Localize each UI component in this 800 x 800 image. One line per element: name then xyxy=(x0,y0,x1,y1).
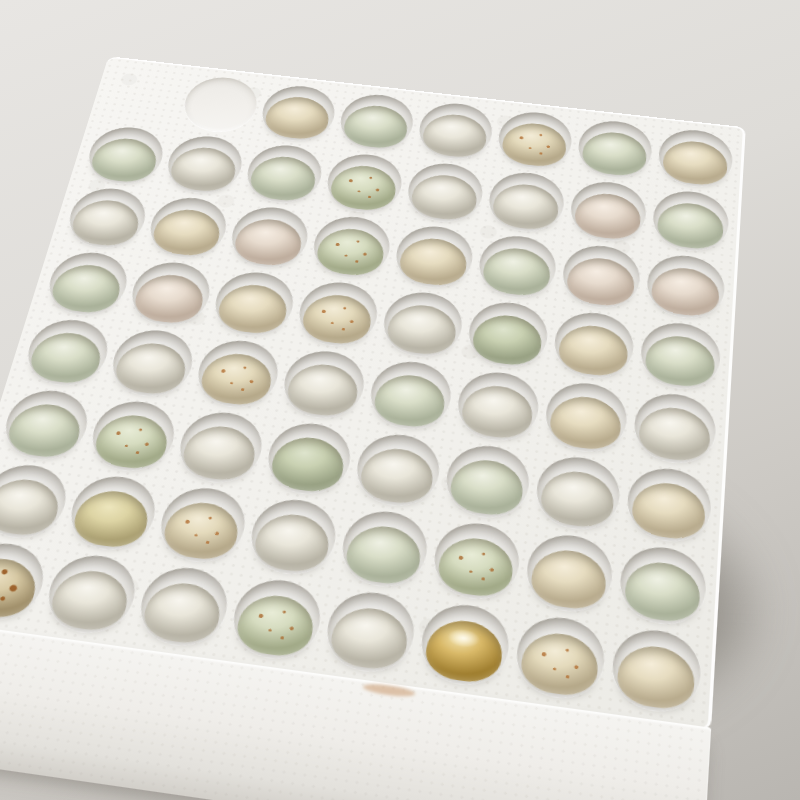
tray-cell xyxy=(318,147,411,219)
egg-green xyxy=(623,558,701,625)
egg-white xyxy=(284,361,362,419)
egg-amber xyxy=(422,616,505,685)
scene xyxy=(0,0,800,800)
egg-green xyxy=(580,129,648,178)
egg-brown xyxy=(0,555,42,621)
tray-cell xyxy=(620,460,717,550)
egg-green xyxy=(481,245,553,298)
egg-hole xyxy=(226,203,314,271)
egg-white xyxy=(0,476,65,539)
egg-white xyxy=(420,112,489,160)
empty-hole xyxy=(178,74,262,135)
tray-cell xyxy=(387,219,481,295)
egg-hole xyxy=(209,268,299,339)
egg-white xyxy=(111,340,191,397)
egg-hole xyxy=(560,242,643,312)
egg-hole xyxy=(322,151,406,216)
egg-green xyxy=(3,401,86,461)
egg-white xyxy=(68,197,145,248)
egg-white xyxy=(409,172,480,222)
egg-hole xyxy=(133,563,235,650)
tray-cell xyxy=(273,343,374,426)
egg-hole xyxy=(241,142,326,206)
tray-cell xyxy=(555,238,646,315)
tray-cell xyxy=(148,479,257,570)
egg-green xyxy=(371,371,448,429)
tray-cell xyxy=(157,129,252,200)
egg-cream xyxy=(548,393,623,452)
egg-hole xyxy=(542,379,629,456)
egg-hole xyxy=(293,278,382,350)
egg-white xyxy=(327,604,411,673)
egg-green xyxy=(87,135,161,184)
egg-hole xyxy=(523,530,615,616)
tray-cell xyxy=(127,558,239,655)
egg-speckled-green xyxy=(327,163,399,213)
tray-cell xyxy=(304,210,399,285)
egg-hole xyxy=(161,133,247,197)
egg-pink xyxy=(565,255,636,309)
tray-cell xyxy=(627,386,722,472)
egg-hole xyxy=(308,213,394,281)
tray-cell xyxy=(399,156,491,228)
egg-pink xyxy=(573,191,643,242)
tray-cell xyxy=(237,138,331,209)
tray-cell xyxy=(221,200,318,275)
tray-cell xyxy=(257,415,361,502)
egg-hole xyxy=(262,419,356,498)
tray-cell xyxy=(239,491,346,583)
egg-hole xyxy=(321,587,419,676)
egg-cream xyxy=(214,281,291,336)
egg-hole xyxy=(20,316,115,390)
tray-cell xyxy=(332,502,437,595)
egg-pink xyxy=(650,265,720,319)
tray-top-face xyxy=(0,56,746,731)
egg-hole xyxy=(575,118,654,181)
tray-cell xyxy=(411,595,518,694)
egg-hole xyxy=(609,625,702,716)
egg-grid xyxy=(0,62,738,721)
egg-cream xyxy=(529,546,609,612)
egg-speckled-green xyxy=(233,591,318,659)
egg-hole xyxy=(144,194,233,261)
egg-cream xyxy=(149,206,225,258)
egg-hole xyxy=(415,100,496,162)
egg-white xyxy=(357,445,436,507)
egg-hole xyxy=(475,232,559,301)
egg-cream xyxy=(662,138,729,187)
egg-hole xyxy=(40,551,143,638)
tray-cell xyxy=(634,315,726,396)
egg-hole xyxy=(465,298,551,371)
egg-white xyxy=(167,144,241,193)
tray-cell xyxy=(437,437,538,526)
egg-green xyxy=(343,522,425,587)
egg-hole xyxy=(63,472,163,554)
egg-speckled xyxy=(159,499,243,563)
tray-cell xyxy=(289,275,387,354)
egg-hole xyxy=(551,309,636,382)
egg-hole xyxy=(403,160,486,225)
egg-cream xyxy=(262,94,333,141)
tray-cell xyxy=(652,123,737,193)
tray-cell xyxy=(204,265,304,343)
tray-cell xyxy=(528,449,627,539)
egg-green xyxy=(644,333,716,390)
egg-hole xyxy=(365,357,455,433)
egg-hole xyxy=(62,185,152,252)
egg-hole xyxy=(645,252,726,322)
egg-hole xyxy=(617,542,708,628)
egg-hole xyxy=(41,249,134,319)
egg-hole xyxy=(632,390,718,468)
egg-hole xyxy=(0,386,95,463)
tray-cell xyxy=(640,248,730,325)
tray-cell xyxy=(571,114,658,184)
egg-white xyxy=(637,404,711,464)
egg-hole xyxy=(337,507,432,591)
egg-white xyxy=(179,423,260,484)
egg-speckled xyxy=(518,629,600,699)
egg-hole xyxy=(568,178,649,244)
egg-hole xyxy=(625,464,713,546)
egg-hole xyxy=(379,288,467,360)
tray-cell xyxy=(460,295,555,375)
egg-hole xyxy=(105,326,199,400)
egg-hole xyxy=(657,126,734,190)
egg-white xyxy=(251,510,334,574)
egg-hole xyxy=(125,258,216,328)
tray-cell xyxy=(186,333,288,415)
tray-cell xyxy=(507,608,612,708)
tray-cell xyxy=(316,583,425,681)
egg-green xyxy=(247,154,320,204)
tray-cell xyxy=(346,426,448,514)
tray-cell xyxy=(168,404,273,491)
egg-pink xyxy=(130,271,208,325)
egg-hole xyxy=(278,347,369,422)
tray-cell xyxy=(471,229,564,305)
egg-hole xyxy=(533,453,623,534)
egg-hole xyxy=(485,169,567,235)
egg-hole xyxy=(651,188,730,255)
tray-cell xyxy=(221,571,331,668)
egg-white xyxy=(459,382,535,441)
egg-yellow xyxy=(69,487,154,550)
egg-hole xyxy=(245,495,342,578)
egg-white xyxy=(384,302,459,358)
egg-hole xyxy=(429,519,523,604)
egg-hole xyxy=(335,91,417,153)
egg-speckled xyxy=(299,292,375,347)
tray-cell xyxy=(518,526,620,620)
egg-hole xyxy=(638,319,722,393)
egg-sage xyxy=(268,434,348,495)
egg-speckled-green xyxy=(314,226,388,279)
egg-white xyxy=(539,468,616,531)
egg-hole xyxy=(85,397,182,475)
tray-cell xyxy=(252,79,344,147)
tray-cell xyxy=(547,305,641,386)
egg-hole xyxy=(173,408,269,487)
tray-cell xyxy=(331,88,422,156)
foam-egg-tray xyxy=(0,56,750,800)
egg-green xyxy=(656,200,725,252)
tray-cell xyxy=(424,514,528,608)
egg-hole xyxy=(257,83,340,145)
tray-cell xyxy=(604,621,707,722)
tray-cell xyxy=(411,97,500,166)
tray-cell xyxy=(481,166,571,239)
tray-cell xyxy=(538,375,634,460)
egg-speckled-green xyxy=(435,534,516,599)
egg-speckled-green xyxy=(90,412,172,472)
tray-cell xyxy=(174,71,267,138)
egg-pink xyxy=(231,216,306,268)
egg-cream xyxy=(397,235,470,288)
egg-hole xyxy=(512,612,607,702)
tray-cell xyxy=(374,285,471,365)
egg-speckled xyxy=(500,120,569,168)
egg-speckled xyxy=(197,350,276,408)
egg-hole xyxy=(153,483,251,566)
egg-cream xyxy=(557,322,630,378)
egg-hole xyxy=(191,336,284,411)
egg-cream xyxy=(615,642,696,712)
tray-cell xyxy=(563,175,652,248)
tray-cell xyxy=(491,106,579,175)
egg-hole xyxy=(351,430,444,510)
egg-hole xyxy=(453,368,542,444)
egg-green xyxy=(47,262,126,316)
egg-white xyxy=(139,579,225,646)
egg-hole xyxy=(82,124,170,188)
tray-cell xyxy=(612,538,712,633)
egg-hole xyxy=(226,575,326,663)
tray-cell xyxy=(449,364,547,448)
egg-white xyxy=(490,181,560,232)
tray-cell xyxy=(361,354,460,438)
egg-cream xyxy=(630,479,706,542)
tray-cell xyxy=(139,191,237,265)
egg-green xyxy=(341,103,411,151)
tray-cell xyxy=(647,184,735,258)
egg-white xyxy=(46,567,134,634)
egg-hole xyxy=(391,223,476,292)
egg-green xyxy=(26,329,107,386)
egg-hole xyxy=(442,441,533,521)
egg-green xyxy=(448,456,526,518)
egg-hole xyxy=(495,109,575,172)
egg-sage xyxy=(470,312,544,368)
egg-hole xyxy=(416,600,513,690)
